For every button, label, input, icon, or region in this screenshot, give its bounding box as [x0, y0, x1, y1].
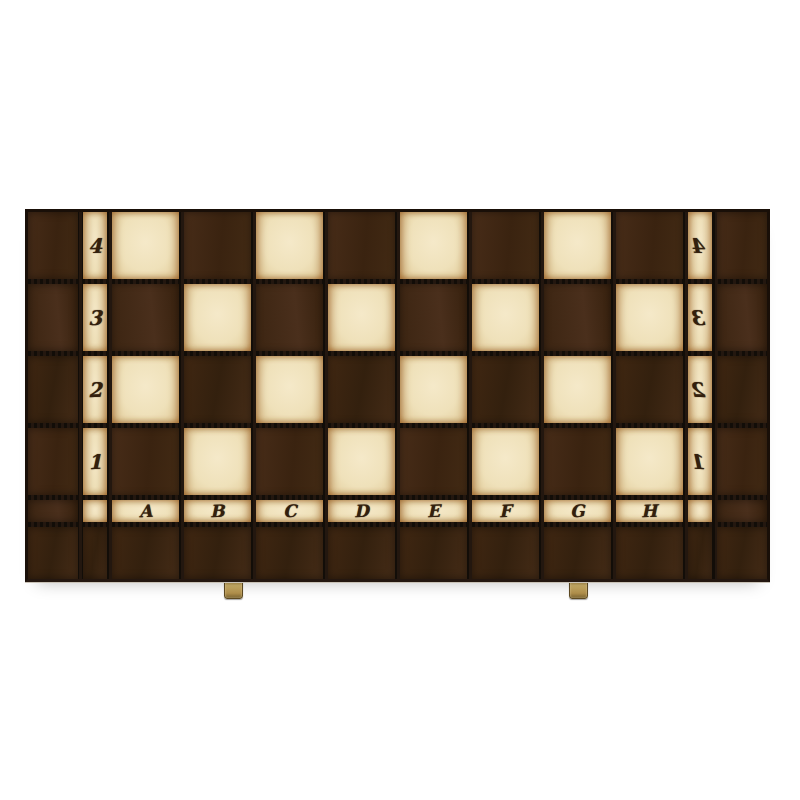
frame-cell-bottom-6 [400, 527, 467, 579]
photo-background: 44332211ABCDEFGH [0, 0, 800, 800]
frame-cell-left-rank-2 [28, 356, 78, 423]
file-label-f: F [472, 500, 539, 522]
frame-cell-bottom-8 [544, 527, 611, 579]
file-label-e-text: E [427, 501, 441, 521]
frame-cell-label-row-left [28, 500, 78, 522]
square-e1 [400, 428, 467, 495]
file-label-a-text: A [139, 501, 153, 521]
rank-label-right-4-text: 4 [693, 233, 708, 257]
square-d4 [328, 212, 395, 279]
file-label-c-text: C [282, 501, 296, 521]
square-c3 [256, 284, 323, 351]
square-g2 [544, 356, 611, 423]
square-g3 [544, 284, 611, 351]
frame-cell-left-rank-3 [28, 284, 78, 351]
rank-label-right-2-text: 2 [693, 377, 708, 401]
file-label-b: B [184, 500, 251, 522]
square-c2 [256, 356, 323, 423]
rank-label-left-1-text: 1 [88, 449, 103, 473]
frame-cell-bottom-3 [184, 527, 251, 579]
square-a1 [112, 428, 179, 495]
rank-label-right-2: 2 [688, 356, 712, 423]
square-f2 [472, 356, 539, 423]
rank-label-right-4: 4 [688, 212, 712, 279]
square-h4 [616, 212, 683, 279]
file-label-h: H [616, 500, 683, 522]
label-corner-cell-left [83, 500, 107, 522]
square-a4 [112, 212, 179, 279]
file-label-g: G [544, 500, 611, 522]
square-g4 [544, 212, 611, 279]
square-e3 [400, 284, 467, 351]
frame-cell-bottom-0 [28, 527, 78, 579]
rank-label-left-1: 1 [83, 428, 107, 495]
frame-cell-bottom-1 [83, 527, 107, 579]
frame-cell-left-rank-4 [28, 212, 78, 279]
rank-label-left-3-text: 3 [88, 305, 103, 329]
frame-cell-bottom-2 [112, 527, 179, 579]
file-label-e: E [400, 500, 467, 522]
square-b3 [184, 284, 251, 351]
square-b1 [184, 428, 251, 495]
square-a2 [112, 356, 179, 423]
rank-label-right-3: 3 [688, 284, 712, 351]
frame-cell-right-rank-2 [717, 356, 767, 423]
square-f3 [472, 284, 539, 351]
square-f4 [472, 212, 539, 279]
frame-cell-bottom-5 [328, 527, 395, 579]
square-c4 [256, 212, 323, 279]
frame-cell-right-rank-3 [717, 284, 767, 351]
file-label-a: A [112, 500, 179, 522]
square-b4 [184, 212, 251, 279]
rank-label-left-4: 4 [83, 212, 107, 279]
rank-label-right-1: 1 [688, 428, 712, 495]
frame-cell-left-rank-1 [28, 428, 78, 495]
square-d1 [328, 428, 395, 495]
file-label-f-text: F [499, 501, 512, 521]
frame-cell-bottom-7 [472, 527, 539, 579]
square-e4 [400, 212, 467, 279]
frame-cell-bottom-10 [688, 527, 712, 579]
square-g1 [544, 428, 611, 495]
rank-label-left-3: 3 [83, 284, 107, 351]
file-label-b-text: B [210, 501, 225, 521]
frame-cell-right-rank-4 [717, 212, 767, 279]
file-label-h-text: H [641, 501, 658, 522]
label-corner-cell-right [688, 500, 712, 522]
frame-cell-label-row-right [717, 500, 767, 522]
rank-label-left-2: 2 [83, 356, 107, 423]
file-label-d: D [328, 500, 395, 522]
square-c1 [256, 428, 323, 495]
rank-label-left-4-text: 4 [88, 233, 103, 257]
chess-board: 44332211ABCDEFGH [25, 209, 770, 582]
frame-cell-bottom-4 [256, 527, 323, 579]
frame-cell-bottom-11 [717, 527, 767, 579]
file-label-d-text: D [354, 501, 369, 522]
square-d3 [328, 284, 395, 351]
square-d2 [328, 356, 395, 423]
square-a3 [112, 284, 179, 351]
rank-label-right-1-text: 1 [693, 449, 708, 473]
file-label-g-text: G [570, 501, 585, 521]
frame-cell-bottom-9 [616, 527, 683, 579]
file-label-c: C [256, 500, 323, 522]
square-h2 [616, 356, 683, 423]
square-b2 [184, 356, 251, 423]
square-f1 [472, 428, 539, 495]
frame-cell-right-rank-1 [717, 428, 767, 495]
square-e2 [400, 356, 467, 423]
rank-label-left-2-text: 2 [88, 377, 103, 401]
rank-label-right-3-text: 3 [693, 305, 708, 329]
square-h3 [616, 284, 683, 351]
square-h1 [616, 428, 683, 495]
